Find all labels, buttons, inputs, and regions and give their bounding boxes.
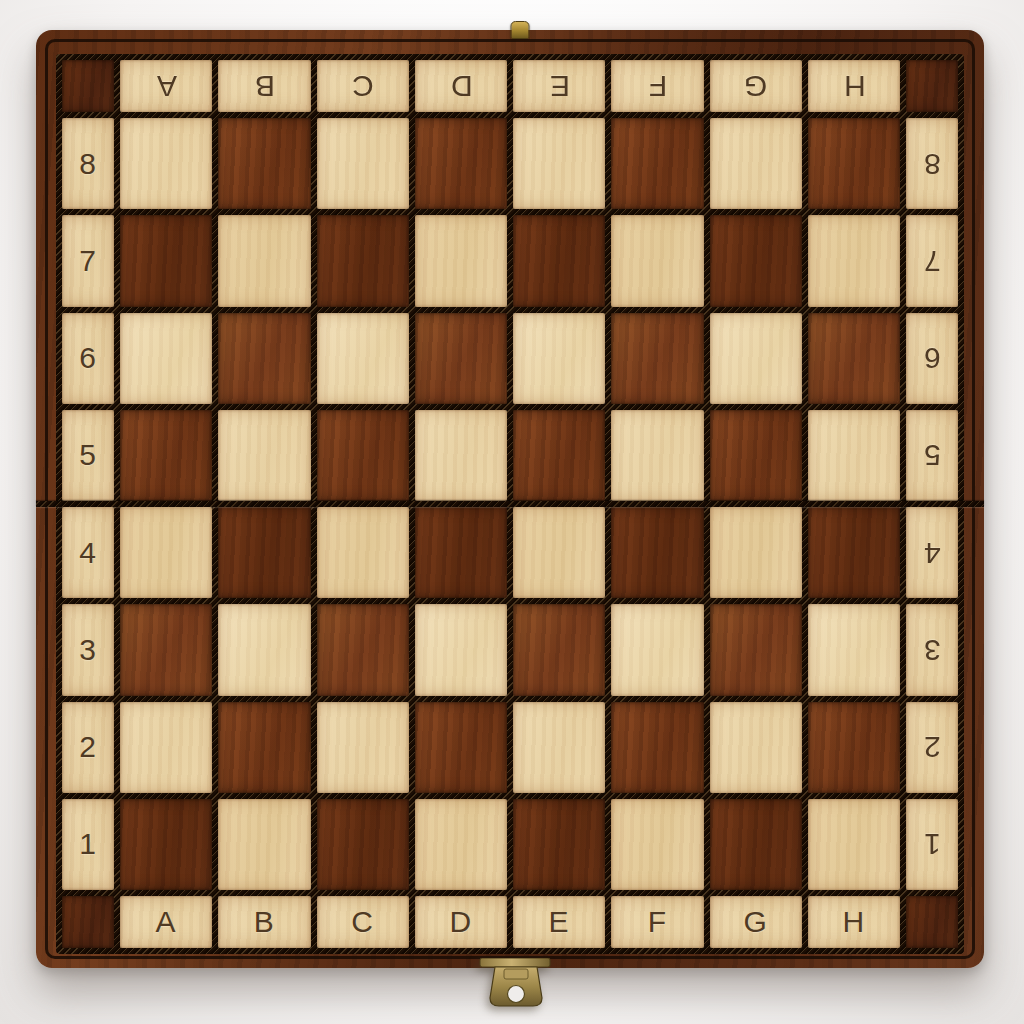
rank-label-right-4: 4 (906, 507, 958, 598)
rank-label-right-8-text: 8 (923, 149, 941, 179)
corner-top-left (62, 60, 114, 112)
rank-label-right-5: 5 (906, 410, 958, 501)
square-a2[interactable] (120, 702, 212, 793)
file-label-bottom-e: E (513, 896, 605, 948)
file-label-top-g: G (710, 60, 802, 112)
square-g7[interactable] (710, 215, 802, 306)
file-label-bottom-a: A (120, 896, 212, 948)
square-h8[interactable] (808, 118, 900, 209)
file-label-bottom-e-text: E (549, 907, 570, 937)
chess-board: ABCDEFGH8877665544332211ABCDEFGH (36, 30, 984, 968)
file-label-top-f-text: F (648, 71, 667, 101)
square-g5[interactable] (710, 410, 802, 501)
file-label-top-h: H (808, 60, 900, 112)
square-h6[interactable] (808, 313, 900, 404)
rank-label-left-5: 5 (62, 410, 114, 501)
file-label-top-a-text: A (156, 71, 177, 101)
square-e4[interactable] (513, 507, 605, 598)
rank-label-left-2: 2 (62, 702, 114, 793)
file-label-top-b-text: B (254, 71, 275, 101)
square-a6[interactable] (120, 313, 212, 404)
square-a3[interactable] (120, 604, 212, 695)
square-b2[interactable] (218, 702, 310, 793)
corner-top-right (906, 60, 958, 112)
square-d6[interactable] (415, 313, 507, 404)
square-h1[interactable] (808, 799, 900, 890)
file-label-top-f: F (611, 60, 703, 112)
square-c1[interactable] (317, 799, 409, 890)
square-g1[interactable] (710, 799, 802, 890)
square-a7[interactable] (120, 215, 212, 306)
file-label-bottom-c: C (317, 896, 409, 948)
square-d8[interactable] (415, 118, 507, 209)
rank-label-right-6: 6 (906, 313, 958, 404)
square-f2[interactable] (611, 702, 703, 793)
file-label-top-d-text: D (450, 71, 473, 101)
square-e6[interactable] (513, 313, 605, 404)
rank-label-right-2-text: 2 (923, 732, 941, 762)
rank-label-left-4: 4 (62, 507, 114, 598)
file-label-top-c-text: C (351, 71, 374, 101)
square-c8[interactable] (317, 118, 409, 209)
rank-label-left-8: 8 (62, 118, 114, 209)
square-f4[interactable] (611, 507, 703, 598)
square-b8[interactable] (218, 118, 310, 209)
rank-label-left-1-text: 1 (79, 829, 97, 859)
square-g4[interactable] (710, 507, 802, 598)
square-b6[interactable] (218, 313, 310, 404)
fold-seam (36, 501, 984, 507)
file-label-top-a: A (120, 60, 212, 112)
square-b5[interactable] (218, 410, 310, 501)
file-label-bottom-d: D (415, 896, 507, 948)
square-d2[interactable] (415, 702, 507, 793)
square-f3[interactable] (611, 604, 703, 695)
file-label-top-h-text: H (843, 71, 866, 101)
square-a8[interactable] (120, 118, 212, 209)
rank-label-left-1: 1 (62, 799, 114, 890)
square-h2[interactable] (808, 702, 900, 793)
file-label-bottom-b: B (218, 896, 310, 948)
square-e7[interactable] (513, 215, 605, 306)
rank-label-left-7-text: 7 (79, 246, 97, 276)
square-d7[interactable] (415, 215, 507, 306)
square-g3[interactable] (710, 604, 802, 695)
file-label-bottom-h-text: H (843, 907, 866, 937)
rank-label-right-1: 1 (906, 799, 958, 890)
rank-label-right-5-text: 5 (923, 440, 941, 470)
file-label-top-b: B (218, 60, 310, 112)
rank-label-right-3: 3 (906, 604, 958, 695)
rank-label-right-6-text: 6 (923, 343, 941, 373)
square-f6[interactable] (611, 313, 703, 404)
rank-label-right-2: 2 (906, 702, 958, 793)
rank-label-left-6-text: 6 (79, 343, 97, 373)
rank-label-left-8-text: 8 (79, 149, 97, 179)
rank-label-left-3: 3 (62, 604, 114, 695)
square-a1[interactable] (120, 799, 212, 890)
square-g2[interactable] (710, 702, 802, 793)
file-label-top-c: C (317, 60, 409, 112)
square-e5[interactable] (513, 410, 605, 501)
file-label-bottom-h: H (808, 896, 900, 948)
square-c5[interactable] (317, 410, 409, 501)
square-h7[interactable] (808, 215, 900, 306)
square-h3[interactable] (808, 604, 900, 695)
file-label-bottom-g-text: G (743, 907, 767, 937)
file-label-top-e-text: E (549, 71, 570, 101)
square-c6[interactable] (317, 313, 409, 404)
square-d3[interactable] (415, 604, 507, 695)
square-a4[interactable] (120, 507, 212, 598)
square-c7[interactable] (317, 215, 409, 306)
square-d5[interactable] (415, 410, 507, 501)
file-label-bottom-c-text: C (351, 907, 374, 937)
square-f8[interactable] (611, 118, 703, 209)
square-b7[interactable] (218, 215, 310, 306)
rank-label-right-4-text: 4 (923, 538, 941, 568)
square-d4[interactable] (415, 507, 507, 598)
rank-label-left-5-text: 5 (79, 440, 97, 470)
square-b4[interactable] (218, 507, 310, 598)
square-d1[interactable] (415, 799, 507, 890)
rank-label-right-7: 7 (906, 215, 958, 306)
rank-label-left-2-text: 2 (79, 732, 97, 762)
rank-label-right-7-text: 7 (923, 246, 941, 276)
brass-hinge-pin-icon (511, 21, 530, 39)
square-f1[interactable] (611, 799, 703, 890)
square-e2[interactable] (513, 702, 605, 793)
file-label-top-e: E (513, 60, 605, 112)
file-label-bottom-f: F (611, 896, 703, 948)
rank-label-left-7: 7 (62, 215, 114, 306)
square-c2[interactable] (317, 702, 409, 793)
rank-label-right-8: 8 (906, 118, 958, 209)
rank-label-left-3-text: 3 (79, 635, 97, 665)
file-label-bottom-g: G (710, 896, 802, 948)
square-b1[interactable] (218, 799, 310, 890)
photo-backdrop: ABCDEFGH8877665544332211ABCDEFGH (0, 0, 1024, 1024)
square-b3[interactable] (218, 604, 310, 695)
square-h5[interactable] (808, 410, 900, 501)
file-label-top-d: D (415, 60, 507, 112)
file-label-top-g-text: G (743, 71, 767, 101)
rank-label-right-1-text: 1 (923, 829, 941, 859)
square-f5[interactable] (611, 410, 703, 501)
rank-label-left-4-text: 4 (79, 538, 97, 568)
brass-clasp-icon (468, 958, 564, 1015)
square-f7[interactable] (611, 215, 703, 306)
corner-bottom-left (62, 896, 114, 948)
file-label-bottom-a-text: A (156, 907, 177, 937)
square-g6[interactable] (710, 313, 802, 404)
rank-label-right-3-text: 3 (923, 635, 941, 665)
rank-label-left-6: 6 (62, 313, 114, 404)
file-label-bottom-f-text: F (648, 907, 667, 937)
square-c4[interactable] (317, 507, 409, 598)
corner-bottom-right (906, 896, 958, 948)
file-label-bottom-b-text: B (254, 907, 275, 937)
square-e3[interactable] (513, 604, 605, 695)
file-label-bottom-d-text: D (450, 907, 473, 937)
square-e1[interactable] (513, 799, 605, 890)
square-h4[interactable] (808, 507, 900, 598)
square-g8[interactable] (710, 118, 802, 209)
square-a5[interactable] (120, 410, 212, 501)
square-c3[interactable] (317, 604, 409, 695)
square-e8[interactable] (513, 118, 605, 209)
